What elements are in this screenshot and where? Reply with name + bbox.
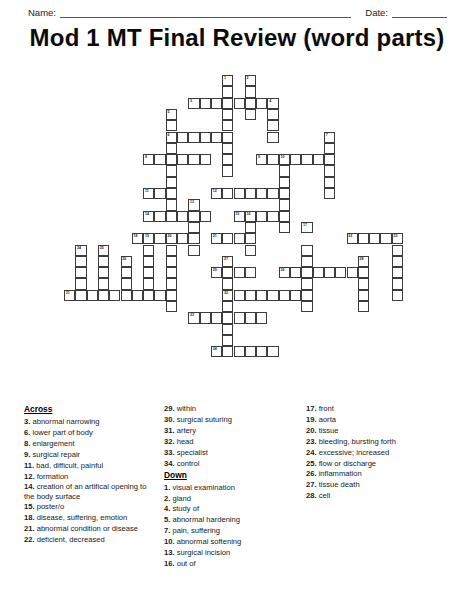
crossword-cell[interactable] xyxy=(166,278,177,289)
crossword-cell[interactable] xyxy=(279,290,290,301)
crossword-cell[interactable]: 12 xyxy=(211,188,222,199)
crossword-cell[interactable] xyxy=(290,154,301,165)
clue-number: 16 xyxy=(247,212,251,216)
clue-item: 16. out of xyxy=(164,559,302,568)
crossword-cell[interactable] xyxy=(358,290,369,301)
clue-item: 2. gland xyxy=(164,494,302,503)
crossword-cell[interactable] xyxy=(222,98,233,109)
crossword-cell[interactable] xyxy=(211,312,222,323)
crossword-cell[interactable] xyxy=(222,312,233,323)
crossword-cell[interactable]: 22 xyxy=(347,233,358,244)
crossword-cell[interactable] xyxy=(75,290,86,301)
clue-number: 33 xyxy=(190,313,194,317)
crossword-cell[interactable] xyxy=(234,267,245,278)
clue-item: 12. formation xyxy=(24,472,158,481)
name-label: Name: xyxy=(28,7,60,18)
clue-number: 7 xyxy=(326,133,328,137)
crossword-cell[interactable] xyxy=(222,120,233,131)
crossword-cell[interactable] xyxy=(256,312,267,323)
crossword-cell[interactable] xyxy=(392,267,403,278)
crossword-cell[interactable] xyxy=(98,267,109,278)
crossword-cell[interactable]: 7 xyxy=(324,132,335,143)
clue-item: 29. within xyxy=(164,404,302,413)
date-input-line[interactable] xyxy=(392,6,447,18)
crossword-cell[interactable] xyxy=(290,267,301,278)
clue-number: 21 xyxy=(213,234,217,238)
crossword-cell[interactable] xyxy=(98,278,109,289)
clue-item: 4. study of xyxy=(164,504,302,513)
clue-section-header: Across xyxy=(24,404,158,414)
clue-number: 22 xyxy=(348,234,352,238)
crossword-cell[interactable] xyxy=(222,143,233,154)
clue-item: 22. deficient, decreased xyxy=(24,535,158,544)
crossword-cell[interactable] xyxy=(200,211,211,222)
crossword-cell[interactable] xyxy=(301,278,312,289)
crossword-cell[interactable] xyxy=(392,278,403,289)
crossword-cell[interactable] xyxy=(324,154,335,165)
crossword-cell[interactable] xyxy=(143,290,154,301)
clue-item: 3. abnormal narrowing xyxy=(24,417,158,426)
crossword-cell[interactable] xyxy=(256,188,267,199)
crossword-cell[interactable] xyxy=(245,290,256,301)
crossword-cell[interactable]: 18 xyxy=(132,233,143,244)
crossword-cell[interactable] xyxy=(279,199,290,210)
crossword-cell[interactable] xyxy=(222,278,233,289)
crossword-cell[interactable] xyxy=(211,98,222,109)
crossword-cell[interactable] xyxy=(234,312,245,323)
crossword-cell[interactable] xyxy=(166,256,177,267)
crossword-cell[interactable] xyxy=(256,290,267,301)
crossword-cell[interactable] xyxy=(369,233,380,244)
crossword-cell[interactable]: 25 xyxy=(98,245,109,256)
clue-item: 19. aorta xyxy=(306,415,458,424)
crossword-cell[interactable] xyxy=(245,98,256,109)
crossword-cell[interactable] xyxy=(222,346,233,357)
clue-number: 24 xyxy=(77,246,81,250)
crossword-cell[interactable]: 3 xyxy=(188,98,199,109)
clue-item: 23. bleeding, bursting forth xyxy=(306,437,458,446)
crossword-cell[interactable] xyxy=(358,301,369,312)
crossword-cell[interactable]: 20 xyxy=(166,233,177,244)
crossword-cell[interactable] xyxy=(166,188,177,199)
crossword-cell[interactable] xyxy=(166,120,177,131)
crossword-cell[interactable] xyxy=(279,188,290,199)
clue-item: 18. disease, suffering, emotion xyxy=(24,513,158,522)
clue-number: 6 xyxy=(167,133,169,137)
crossword-cell[interactable] xyxy=(301,245,312,256)
crossword-cell[interactable] xyxy=(200,132,211,143)
crossword-cell[interactable] xyxy=(121,290,132,301)
crossword-cell[interactable] xyxy=(358,278,369,289)
crossword-cell[interactable] xyxy=(166,165,177,176)
crossword-cell[interactable]: 21 xyxy=(211,233,222,244)
crossword-cell[interactable] xyxy=(267,154,278,165)
crossword-cell[interactable] xyxy=(143,267,154,278)
crossword-cell[interactable] xyxy=(301,267,312,278)
clue-number: 9 xyxy=(258,155,260,159)
crossword-cell[interactable] xyxy=(188,222,199,233)
crossword-cell[interactable] xyxy=(256,346,267,357)
clue-number: 27 xyxy=(224,257,228,261)
crossword-cell[interactable] xyxy=(75,267,86,278)
crossword-cell[interactable] xyxy=(279,177,290,188)
clue-number: 34 xyxy=(213,347,217,351)
crossword-cell[interactable]: 11 xyxy=(143,188,154,199)
crossword-cell[interactable]: 14 xyxy=(143,211,154,222)
crossword-cell[interactable] xyxy=(245,222,256,233)
crossword-cell[interactable]: 6 xyxy=(166,132,177,143)
clue-item: 8. enlargement xyxy=(24,439,158,448)
crossword-cell[interactable] xyxy=(234,346,245,357)
crossword-cell[interactable] xyxy=(166,301,177,312)
clue-item: 1. visual examination xyxy=(164,483,302,492)
crossword-cell[interactable] xyxy=(234,290,245,301)
crossword-cell[interactable] xyxy=(234,233,245,244)
crossword-cell[interactable] xyxy=(267,211,278,222)
clue-number: 26 xyxy=(122,257,126,261)
clue-item: 13. surgical incision xyxy=(164,548,302,557)
crossword-cell[interactable] xyxy=(267,188,278,199)
crossword-cell[interactable] xyxy=(87,290,98,301)
clue-item: 30. surgical suturing xyxy=(164,415,302,424)
crossword-cell[interactable] xyxy=(211,132,222,143)
clue-number: 13 xyxy=(190,200,194,204)
clue-number: 18 xyxy=(134,234,138,238)
clue-item: 21. abnormal condition or disease xyxy=(24,524,158,533)
crossword-cell[interactable]: 27 xyxy=(222,256,233,267)
clue-number: 23 xyxy=(393,234,397,238)
crossword-cell[interactable] xyxy=(301,256,312,267)
crossword-cell[interactable]: 30 xyxy=(279,267,290,278)
crossword-cell[interactable] xyxy=(267,120,278,131)
clue-item: 7. pain, suffering xyxy=(164,526,302,535)
clue-number: 32 xyxy=(224,291,228,295)
crossword-cell[interactable]: 29 xyxy=(211,267,222,278)
crossword-cell[interactable] xyxy=(177,132,188,143)
crossword-cell[interactable] xyxy=(267,290,278,301)
crossword-cell[interactable]: 16 xyxy=(245,211,256,222)
crossword-cell[interactable] xyxy=(154,290,165,301)
clue-item: 20. tissue xyxy=(306,426,458,435)
crossword-cell[interactable] xyxy=(200,98,211,109)
clues-column-down: 17. front19. aorta20. tissue23. bleeding… xyxy=(306,404,458,502)
clue-number: 31 xyxy=(66,291,70,295)
clue-item: 11. bad, difficult, painful xyxy=(24,461,158,470)
crossword-cell[interactable] xyxy=(358,233,369,244)
crossword-cell[interactable] xyxy=(177,211,188,222)
crossword-cell[interactable] xyxy=(301,301,312,312)
crossword-cell[interactable] xyxy=(222,324,233,335)
crossword-cell[interactable] xyxy=(279,211,290,222)
crossword-grid: 1234567891011121314151617181920212223242… xyxy=(64,75,403,358)
crossword-cell[interactable]: 4 xyxy=(267,98,278,109)
crossword-cell[interactable] xyxy=(188,211,199,222)
crossword-cell[interactable] xyxy=(324,143,335,154)
crossword-cell[interactable]: 2 xyxy=(245,75,256,86)
clue-item: 31. artery xyxy=(164,426,302,435)
crossword-cell[interactable] xyxy=(166,245,177,256)
clue-number: 30 xyxy=(280,268,284,272)
crossword-cell[interactable] xyxy=(324,188,335,199)
crossword-cell[interactable]: 1 xyxy=(222,75,233,86)
crossword-cell[interactable] xyxy=(324,267,335,278)
crossword-cell[interactable] xyxy=(222,109,233,120)
crossword-cell[interactable] xyxy=(143,278,154,289)
crossword-cell[interactable] xyxy=(166,177,177,188)
crossword-cell[interactable] xyxy=(290,290,301,301)
clue-number: 8 xyxy=(145,155,147,159)
crossword-cell[interactable] xyxy=(188,245,199,256)
clue-item: 15. poster/o xyxy=(24,502,158,511)
crossword-cell[interactable] xyxy=(222,132,233,143)
crossword-cell[interactable] xyxy=(177,233,188,244)
crossword-cell[interactable] xyxy=(256,211,267,222)
crossword-cell[interactable]: 32 xyxy=(222,290,233,301)
crossword-cell[interactable] xyxy=(222,335,233,346)
crossword-cell[interactable] xyxy=(166,154,177,165)
crossword-cell[interactable] xyxy=(222,188,233,199)
crossword-cell[interactable] xyxy=(132,290,143,301)
clue-item: 17. front xyxy=(306,404,458,413)
clue-number: 19 xyxy=(145,234,149,238)
crossword-cell[interactable] xyxy=(245,109,256,120)
crossword-cell[interactable] xyxy=(256,98,267,109)
crossword-cell[interactable] xyxy=(392,245,403,256)
crossword-cell[interactable]: 33 xyxy=(188,312,199,323)
crossword-cell[interactable] xyxy=(279,222,290,233)
clue-number: 20 xyxy=(167,234,171,238)
clue-item: 34. control xyxy=(164,459,302,468)
crossword-cell[interactable] xyxy=(392,290,403,301)
crossword-cell[interactable] xyxy=(222,154,233,165)
crossword-cell[interactable] xyxy=(279,165,290,176)
crossword-cell[interactable] xyxy=(166,143,177,154)
crossword-cell[interactable]: 28 xyxy=(358,256,369,267)
crossword-cell[interactable] xyxy=(188,132,199,143)
clue-number: 12 xyxy=(213,189,217,193)
crossword-cell[interactable] xyxy=(154,233,165,244)
crossword-cell[interactable] xyxy=(245,188,256,199)
clue-number: 2 xyxy=(247,76,249,80)
crossword-cell[interactable] xyxy=(324,177,335,188)
clue-number: 15 xyxy=(235,212,239,216)
crossword-cell[interactable]: 34 xyxy=(211,346,222,357)
clue-number: 5 xyxy=(167,110,169,114)
crossword-cell[interactable] xyxy=(301,290,312,301)
crossword-cell[interactable] xyxy=(154,154,165,165)
crossword-cell[interactable] xyxy=(75,278,86,289)
clues-column-across: Across3. abnormal narrowing6. lower part… xyxy=(24,404,158,546)
crossword-cell[interactable] xyxy=(166,199,177,210)
crossword-cell[interactable] xyxy=(313,267,324,278)
crossword-worksheet: { "game": "crossword", "title": "Mod 1 M… xyxy=(0,0,474,613)
clue-item: 6. lower part of body xyxy=(24,428,158,437)
crossword-cell[interactable]: 10 xyxy=(279,154,290,165)
worksheet-header: Name: Date: xyxy=(28,6,447,18)
crossword-cell[interactable] xyxy=(188,233,199,244)
crossword-cell[interactable] xyxy=(98,256,109,267)
crossword-cell[interactable]: 17 xyxy=(301,222,312,233)
crossword-cell[interactable] xyxy=(267,132,278,143)
clue-item: 10. abnormal softening xyxy=(164,537,302,546)
clue-number: 10 xyxy=(280,155,284,159)
crossword-cell[interactable] xyxy=(98,290,109,301)
crossword-cell[interactable] xyxy=(313,154,324,165)
crossword-cell[interactable] xyxy=(222,301,233,312)
clue-number: 1 xyxy=(224,76,226,80)
clue-number: 28 xyxy=(360,257,364,261)
crossword-cell[interactable] xyxy=(245,233,256,244)
crossword-cell[interactable] xyxy=(109,290,120,301)
crossword-cell[interactable]: 13 xyxy=(188,199,199,210)
crossword-cell[interactable] xyxy=(335,267,346,278)
crossword-cell[interactable] xyxy=(222,86,233,97)
clue-number: 3 xyxy=(190,99,192,103)
clue-item: 27. tissue death xyxy=(306,480,458,489)
crossword-cell[interactable]: 8 xyxy=(143,154,154,165)
clue-section-header: Down xyxy=(164,470,302,480)
name-input-line[interactable] xyxy=(60,6,351,18)
crossword-cell[interactable] xyxy=(154,211,165,222)
crossword-cell[interactable] xyxy=(245,245,256,256)
clue-item: 33. specialist xyxy=(164,448,302,457)
crossword-cell[interactable] xyxy=(200,312,211,323)
crossword-cell[interactable] xyxy=(222,267,233,278)
crossword-cell[interactable] xyxy=(245,346,256,357)
crossword-cell[interactable] xyxy=(222,165,233,176)
clue-item: 14. creation of an artifical opening to … xyxy=(24,482,158,500)
crossword-cell[interactable] xyxy=(234,188,245,199)
crossword-cell[interactable] xyxy=(121,267,132,278)
crossword-cell[interactable] xyxy=(200,154,211,165)
crossword-cell[interactable] xyxy=(245,267,256,278)
crossword-cell[interactable] xyxy=(267,346,278,357)
crossword-cell[interactable]: 9 xyxy=(256,154,267,165)
crossword-cell[interactable] xyxy=(267,109,278,120)
crossword-cell[interactable] xyxy=(358,267,369,278)
crossword-cell[interactable] xyxy=(166,290,177,301)
crossword-cell[interactable] xyxy=(143,256,154,267)
crossword-cell[interactable]: 31 xyxy=(64,290,75,301)
crossword-cell[interactable] xyxy=(245,312,256,323)
crossword-cell[interactable] xyxy=(166,211,177,222)
clue-item: 32. head xyxy=(164,437,302,446)
clue-number: 29 xyxy=(213,268,217,272)
crossword-cell[interactable]: 24 xyxy=(75,245,86,256)
crossword-cell[interactable] xyxy=(245,86,256,97)
clues-column-middle: 29. within30. surgical suturing31. arter… xyxy=(164,404,302,570)
clue-number: 14 xyxy=(145,212,149,216)
clue-item: 9. surgical repair xyxy=(24,450,158,459)
crossword-cell[interactable] xyxy=(324,165,335,176)
clue-number: 25 xyxy=(100,246,104,250)
clue-item: 28. cell xyxy=(306,491,458,500)
crossword-cell[interactable] xyxy=(177,154,188,165)
crossword-cell[interactable] xyxy=(222,233,233,244)
crossword-cell[interactable] xyxy=(301,154,312,165)
crossword-cell[interactable] xyxy=(380,233,391,244)
clue-item: 26. inflammation xyxy=(306,469,458,478)
crossword-cell[interactable]: 15 xyxy=(234,211,245,222)
crossword-cell[interactable] xyxy=(347,267,358,278)
crossword-cell[interactable]: 23 xyxy=(392,233,403,244)
date-label: Date: xyxy=(365,7,392,18)
crossword-cell[interactable] xyxy=(143,245,154,256)
crossword-cell[interactable] xyxy=(188,154,199,165)
crossword-cell[interactable] xyxy=(392,256,403,267)
crossword-cell[interactable] xyxy=(154,188,165,199)
crossword-cell[interactable] xyxy=(121,278,132,289)
clue-number: 11 xyxy=(145,189,149,193)
page-title: Mod 1 MT Final Review (word parts) xyxy=(0,24,474,52)
crossword-cell[interactable]: 19 xyxy=(143,233,154,244)
clue-number: 17 xyxy=(303,223,307,227)
clue-item: 24. excessive; increased xyxy=(306,448,458,457)
crossword-cell[interactable] xyxy=(166,267,177,278)
crossword-cell[interactable]: 26 xyxy=(121,256,132,267)
crossword-cell[interactable]: 5 xyxy=(166,109,177,120)
clue-number: 4 xyxy=(269,99,271,103)
crossword-cell[interactable] xyxy=(75,256,86,267)
clue-item: 25. flow or discharge xyxy=(306,459,458,468)
clue-item: 5. abnormal hardening xyxy=(164,515,302,524)
crossword-cell[interactable] xyxy=(234,98,245,109)
